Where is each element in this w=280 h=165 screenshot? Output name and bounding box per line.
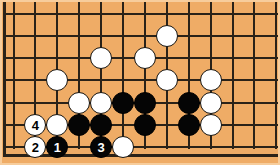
- move-number-label: 1: [54, 141, 61, 154]
- black-stone: 3: [90, 136, 112, 158]
- white-stone: [200, 92, 222, 114]
- white-stone: 2: [24, 136, 46, 158]
- black-stone: 1: [46, 136, 68, 158]
- white-stone: [156, 69, 178, 91]
- white-stone: [46, 69, 68, 91]
- white-stone: [68, 92, 90, 114]
- white-stone: [112, 136, 134, 158]
- move-number-label: 2: [32, 141, 39, 154]
- black-stone: [178, 92, 200, 114]
- black-stone: [134, 114, 156, 136]
- stones-layer: 4213: [2, 2, 278, 163]
- white-stone: [90, 47, 112, 69]
- black-stone: [112, 92, 134, 114]
- white-stone: [90, 92, 112, 114]
- black-stone: [68, 114, 90, 136]
- white-stone: [134, 47, 156, 69]
- move-number-label: 3: [97, 141, 104, 154]
- white-stone: [200, 114, 222, 136]
- white-stone: 4: [24, 114, 46, 136]
- white-stone: [156, 25, 178, 47]
- black-stone: [134, 92, 156, 114]
- white-stone: [46, 114, 68, 136]
- black-stone: [90, 114, 112, 136]
- white-stone: [200, 69, 222, 91]
- black-stone: [178, 114, 200, 136]
- go-board: 4213: [0, 0, 280, 165]
- move-number-label: 4: [32, 119, 39, 132]
